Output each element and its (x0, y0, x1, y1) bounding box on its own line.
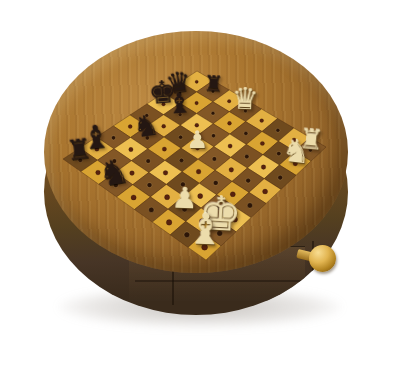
peg-hole (261, 165, 266, 170)
peg-hole (163, 170, 168, 175)
peg-hole (260, 119, 264, 123)
peg-hole (131, 195, 136, 200)
peg-hole (211, 111, 215, 115)
peg-hole (278, 175, 283, 180)
peg-hole (228, 121, 232, 125)
peg-hole (247, 203, 252, 208)
peg-hole (165, 195, 170, 200)
black-rook[interactable]: ♜ (63, 134, 94, 165)
product-photo: ♜♛♚♛♝♞♟♝♜♜♞♞♟♚♝ (0, 0, 400, 375)
white-pawn[interactable]: ♟ (186, 128, 210, 152)
peg-hole (179, 135, 183, 139)
white-queen[interactable]: ♛ (230, 84, 261, 115)
peg-hole (196, 169, 201, 174)
peg-hole (260, 141, 264, 145)
peg-hole (211, 134, 215, 138)
peg-hole (129, 147, 133, 151)
black-knight[interactable]: ♞ (129, 111, 162, 144)
peg-hole (213, 180, 218, 185)
drawer-knob[interactable] (309, 245, 336, 272)
peg-hole (212, 157, 217, 162)
peg-hole (162, 124, 166, 128)
peg-hole (195, 101, 199, 105)
white-knight[interactable]: ♞ (279, 133, 315, 169)
peg-hole (146, 159, 151, 164)
black-bishop[interactable]: ♝ (164, 89, 194, 119)
black-knight[interactable]: ♞ (94, 152, 133, 191)
peg-hole (245, 154, 249, 158)
peg-hole (229, 167, 234, 172)
peg-hole (162, 147, 166, 151)
peg-hole (179, 158, 184, 163)
white-bishop[interactable]: ♝ (183, 208, 226, 251)
peg-hole (166, 220, 172, 226)
peg-hole (195, 80, 198, 83)
peg-hole (147, 183, 152, 188)
peg-hole (228, 144, 232, 148)
peg-hole (244, 131, 248, 135)
peg-hole (149, 207, 154, 212)
black-rook[interactable]: ♜ (202, 72, 225, 95)
peg-hole (246, 178, 251, 183)
peg-hole (276, 128, 280, 132)
peg-hole (263, 189, 268, 194)
